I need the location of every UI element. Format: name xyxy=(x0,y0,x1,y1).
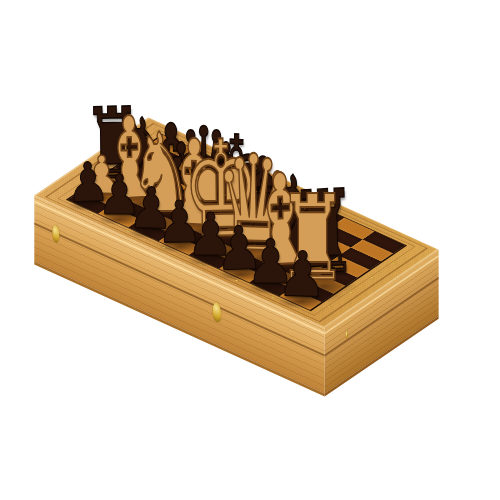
chess-set-product-photo: ♟♟♟♟♟♟♟♟♟♝♞♝♚♛♝♜♜♞♝♛♚♝♞♜ xyxy=(0,0,500,500)
brass-pin xyxy=(126,230,130,232)
brass-pin xyxy=(90,214,94,216)
brass-pin xyxy=(349,291,353,293)
brass-pin xyxy=(199,263,203,265)
brass-pin xyxy=(370,277,374,279)
brass-pin xyxy=(328,306,332,308)
brass-hinge xyxy=(52,224,59,244)
brass-latch xyxy=(213,301,221,324)
brass-pin xyxy=(162,247,166,249)
brass-pin xyxy=(235,280,239,282)
brass-pin xyxy=(271,296,275,298)
brass-pin xyxy=(392,262,396,264)
